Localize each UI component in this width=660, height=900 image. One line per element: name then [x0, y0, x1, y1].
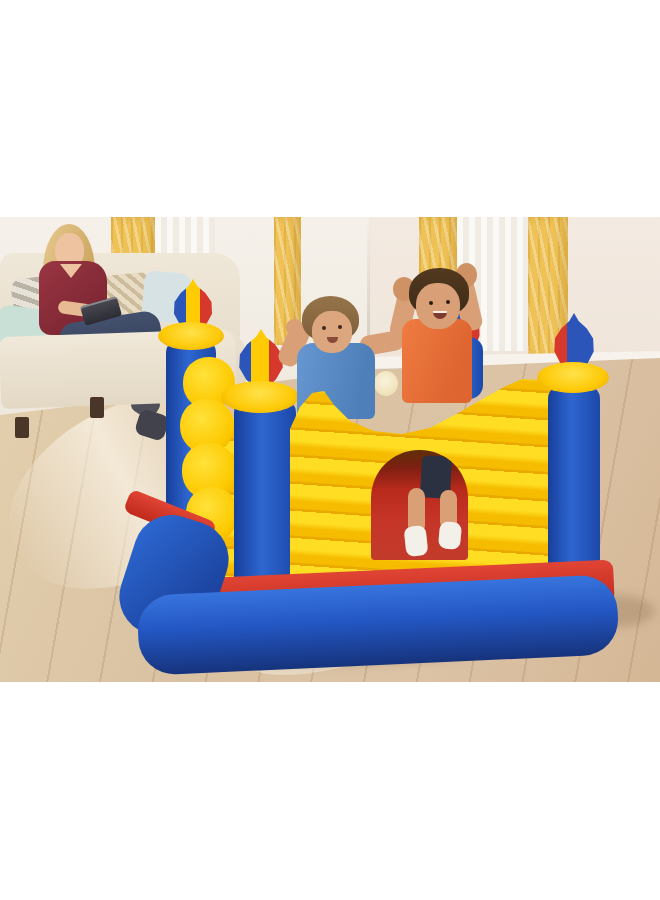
arch-doorway — [371, 450, 468, 560]
boy-blue-eye-right — [338, 325, 342, 329]
boy-blue-eye-left — [322, 326, 326, 330]
boy-blue-hand — [286, 319, 303, 336]
boy-blue-face — [312, 311, 352, 353]
page-canvas: { "scene": { "description": "Lifestyle p… — [0, 0, 660, 900]
tower-collar-back-left — [158, 322, 224, 350]
product-photo — [0, 217, 660, 682]
child-sock-right — [438, 521, 462, 550]
sofa-leg — [15, 417, 29, 438]
tower-collar-front-right — [537, 362, 609, 393]
boy-orange-eye-right — [446, 300, 450, 304]
tower-collar-front-left — [221, 381, 299, 413]
boy-orange-face — [416, 283, 460, 329]
child-sock-left — [403, 525, 428, 557]
boy-orange-eye-left — [429, 301, 433, 305]
porthole-circle — [374, 371, 398, 396]
sofa-leg-2 — [90, 397, 104, 418]
boy-orange-torso — [402, 319, 472, 403]
tower-column-front-right — [548, 385, 600, 583]
